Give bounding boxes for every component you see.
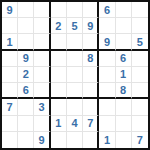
cell-r8c1[interactable] <box>2 116 18 132</box>
cell-r3c9[interactable]: 5 <box>132 34 148 50</box>
cell-r1c6[interactable] <box>83 2 99 18</box>
cell-r5c7[interactable] <box>99 67 115 83</box>
cell-r9c1[interactable] <box>2 132 18 148</box>
cell-r4c6[interactable]: 8 <box>83 51 99 67</box>
cell-r6c7[interactable] <box>99 83 115 99</box>
cell-r7c1[interactable]: 7 <box>2 99 18 115</box>
cell-r3c1[interactable]: 1 <box>2 34 18 50</box>
cell-r7c8[interactable] <box>116 99 132 115</box>
cell-r5c2[interactable]: 2 <box>18 67 34 83</box>
cell-r8c6[interactable]: 7 <box>83 116 99 132</box>
cell-r3c4[interactable] <box>51 34 67 50</box>
cell-r1c8[interactable] <box>116 2 132 18</box>
cell-r1c9[interactable] <box>132 2 148 18</box>
cell-r6c6[interactable] <box>83 83 99 99</box>
cell-r8c7[interactable] <box>99 116 115 132</box>
cell-r2c1[interactable] <box>2 18 18 34</box>
cell-r9c2[interactable] <box>18 132 34 148</box>
cell-r8c3[interactable] <box>34 116 50 132</box>
sudoku-board: 96259195986216873147917 <box>0 0 150 150</box>
cell-r6c2[interactable]: 6 <box>18 83 34 99</box>
cell-r3c6[interactable] <box>83 34 99 50</box>
cell-r3c5[interactable] <box>67 34 83 50</box>
cell-r9c7[interactable]: 1 <box>99 132 115 148</box>
cell-r9c8[interactable] <box>116 132 132 148</box>
cell-r2c3[interactable] <box>34 18 50 34</box>
cell-r2c9[interactable] <box>132 18 148 34</box>
cell-r8c9[interactable] <box>132 116 148 132</box>
cell-r1c5[interactable] <box>67 2 83 18</box>
cell-r7c2[interactable] <box>18 99 34 115</box>
cell-r3c8[interactable] <box>116 34 132 50</box>
cell-r7c6[interactable] <box>83 99 99 115</box>
cell-r8c4[interactable]: 1 <box>51 116 67 132</box>
cell-r5c5[interactable] <box>67 67 83 83</box>
cell-r1c4[interactable] <box>51 2 67 18</box>
cell-r5c1[interactable] <box>2 67 18 83</box>
cell-r7c3[interactable]: 3 <box>34 99 50 115</box>
cell-r6c5[interactable] <box>67 83 83 99</box>
cell-r3c7[interactable]: 9 <box>99 34 115 50</box>
cell-r2c2[interactable] <box>18 18 34 34</box>
cell-r3c2[interactable] <box>18 34 34 50</box>
cell-r2c4[interactable]: 2 <box>51 18 67 34</box>
cell-r1c7[interactable]: 6 <box>99 2 115 18</box>
cell-r6c4[interactable] <box>51 83 67 99</box>
cell-r7c7[interactable] <box>99 99 115 115</box>
cell-r2c5[interactable]: 5 <box>67 18 83 34</box>
cell-r7c5[interactable] <box>67 99 83 115</box>
cell-r9c3[interactable]: 9 <box>34 132 50 148</box>
cell-r5c8[interactable]: 1 <box>116 67 132 83</box>
cell-r8c2[interactable] <box>18 116 34 132</box>
cell-r4c9[interactable] <box>132 51 148 67</box>
cell-r5c9[interactable] <box>132 67 148 83</box>
cell-r9c9[interactable]: 7 <box>132 132 148 148</box>
cell-r9c4[interactable] <box>51 132 67 148</box>
cell-r2c7[interactable] <box>99 18 115 34</box>
cell-r6c9[interactable] <box>132 83 148 99</box>
cell-r4c4[interactable] <box>51 51 67 67</box>
cell-r6c1[interactable] <box>2 83 18 99</box>
cell-r5c4[interactable] <box>51 67 67 83</box>
cell-r7c9[interactable] <box>132 99 148 115</box>
cell-r9c5[interactable] <box>67 132 83 148</box>
cell-r4c5[interactable] <box>67 51 83 67</box>
cell-r4c2[interactable]: 9 <box>18 51 34 67</box>
cell-r4c3[interactable] <box>34 51 50 67</box>
cell-r1c3[interactable] <box>34 2 50 18</box>
cell-r5c6[interactable] <box>83 67 99 83</box>
cell-r1c2[interactable] <box>18 2 34 18</box>
cell-r4c8[interactable]: 6 <box>116 51 132 67</box>
cell-r5c3[interactable] <box>34 67 50 83</box>
cell-r6c8[interactable]: 8 <box>116 83 132 99</box>
cell-r6c3[interactable] <box>34 83 50 99</box>
cell-r3c3[interactable] <box>34 34 50 50</box>
cell-r2c8[interactable] <box>116 18 132 34</box>
cell-r7c4[interactable] <box>51 99 67 115</box>
cell-r4c7[interactable] <box>99 51 115 67</box>
cell-r8c8[interactable] <box>116 116 132 132</box>
cell-r9c6[interactable] <box>83 132 99 148</box>
cell-r8c5[interactable]: 4 <box>67 116 83 132</box>
cell-r2c6[interactable]: 9 <box>83 18 99 34</box>
cell-r4c1[interactable] <box>2 51 18 67</box>
cell-r1c1[interactable]: 9 <box>2 2 18 18</box>
